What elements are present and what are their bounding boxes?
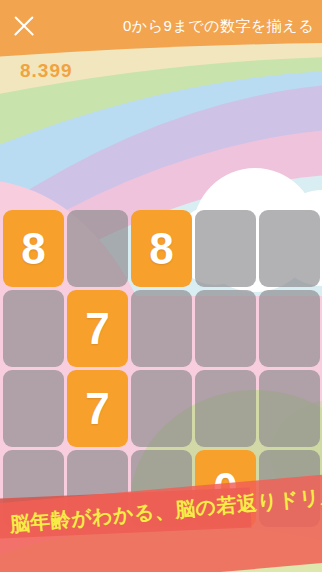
- empty-slot[interactable]: [259, 210, 320, 287]
- empty-slot[interactable]: [67, 210, 128, 287]
- empty-slot[interactable]: [259, 370, 320, 447]
- tile-8[interactable]: 8: [3, 210, 64, 287]
- tile-value: 8: [21, 227, 45, 271]
- tile-value: 7: [85, 307, 109, 351]
- empty-slot[interactable]: [195, 290, 256, 367]
- tile-value: 8: [149, 227, 173, 271]
- empty-slot[interactable]: [131, 290, 192, 367]
- tile-7[interactable]: 7: [67, 290, 128, 367]
- empty-slot[interactable]: [195, 210, 256, 287]
- empty-slot[interactable]: [3, 290, 64, 367]
- close-button[interactable]: [12, 15, 36, 39]
- empty-slot[interactable]: [131, 370, 192, 447]
- empty-slot[interactable]: [195, 370, 256, 447]
- tile-value: 7: [85, 387, 109, 431]
- timer-value: 8.399: [20, 60, 73, 82]
- top-bar: 0から9までの数字を揃える: [0, 0, 322, 46]
- goal-title: 0から9までの数字を揃える: [123, 17, 314, 36]
- tile-7[interactable]: 7: [67, 370, 128, 447]
- empty-slot[interactable]: [259, 290, 320, 367]
- tile-8[interactable]: 8: [131, 210, 192, 287]
- empty-slot[interactable]: [3, 370, 64, 447]
- game-screen: 0から9までの数字を揃える 8.399 88770 脳年齢がわかる、脳の若返りド…: [0, 0, 322, 572]
